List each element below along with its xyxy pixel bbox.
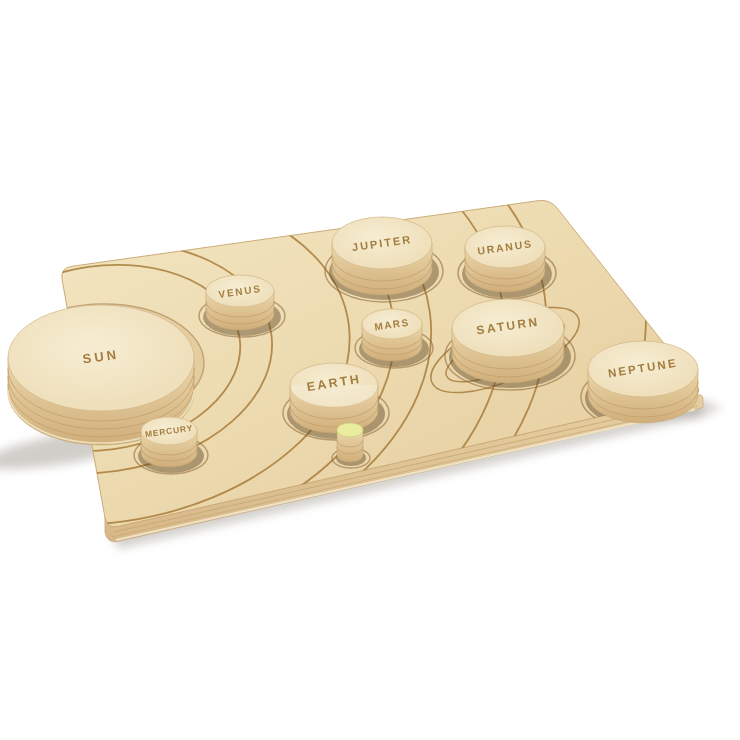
earth-piece[interactable]: EARTH [290, 363, 378, 433]
mercury-piece[interactable]: MERCURY [141, 417, 197, 467]
solar-system-puzzle: JUPITER URANUS VENUS MARS SATURN SU [0, 0, 740, 740]
moon-peg-top [337, 423, 363, 437]
product-photo-scene: JUPITER URANUS VENUS MARS SATURN SU [0, 0, 740, 740]
uranus-piece[interactable]: URANUS [465, 226, 545, 292]
mars-piece[interactable]: MARS [362, 309, 422, 361]
saturn-piece[interactable]: SATURN [452, 299, 564, 383]
jupiter-piece[interactable]: JUPITER [332, 217, 432, 295]
moon-peg[interactable] [337, 423, 363, 462]
venus-piece[interactable]: VENUS [206, 275, 274, 330]
neptune-piece[interactable]: NEPTUNE [588, 341, 698, 423]
